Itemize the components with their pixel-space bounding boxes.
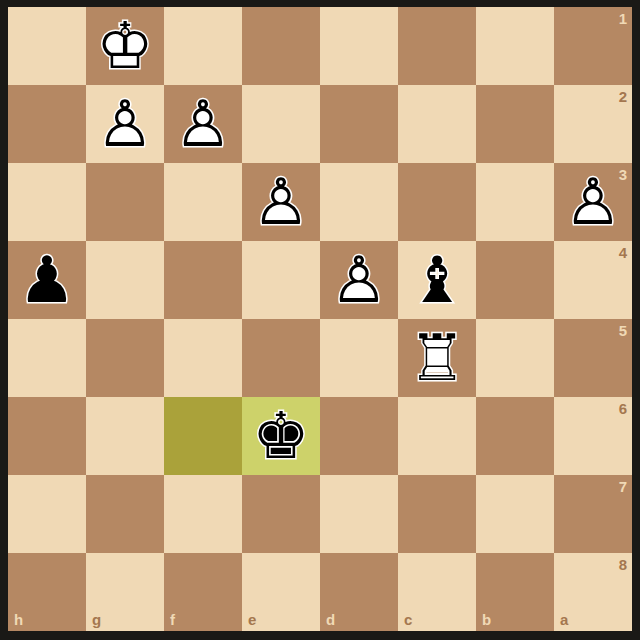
black-bishop-glyph-outline: ♝ <box>398 241 476 319</box>
black-king-glyph-outline: ♚ <box>242 397 320 475</box>
square-f8[interactable]: f <box>164 553 242 631</box>
file-label-c: c <box>404 612 412 627</box>
square-c5[interactable]: ♜♖ <box>398 319 476 397</box>
square-d3[interactable] <box>320 163 398 241</box>
square-b5[interactable] <box>476 319 554 397</box>
piece-white-king[interactable]: ♚♔ <box>86 7 164 85</box>
file-label-h: h <box>14 612 23 627</box>
square-d5[interactable] <box>320 319 398 397</box>
square-a1[interactable]: 1 <box>554 7 632 85</box>
square-h8[interactable]: h <box>8 553 86 631</box>
file-label-e: e <box>248 612 256 627</box>
square-a3[interactable]: 3♟♙ <box>554 163 632 241</box>
piece-white-pawn[interactable]: ♟♙ <box>242 163 320 241</box>
square-f1[interactable] <box>164 7 242 85</box>
square-h3[interactable] <box>8 163 86 241</box>
square-d8[interactable]: d <box>320 553 398 631</box>
square-a7[interactable]: 7 <box>554 475 632 553</box>
white-pawn-glyph-outline: ♙ <box>554 163 632 241</box>
square-e2[interactable] <box>242 85 320 163</box>
rank-label-6: 6 <box>619 401 627 416</box>
piece-black-pawn[interactable]: ♟♟ <box>8 241 86 319</box>
square-f7[interactable] <box>164 475 242 553</box>
square-b3[interactable] <box>476 163 554 241</box>
square-e7[interactable] <box>242 475 320 553</box>
piece-black-king[interactable]: ♚♚ <box>242 397 320 475</box>
square-a5[interactable]: 5 <box>554 319 632 397</box>
white-pawn-glyph-outline: ♙ <box>164 85 242 163</box>
square-d4[interactable]: ♟♙ <box>320 241 398 319</box>
file-label-b: b <box>482 612 491 627</box>
square-a6[interactable]: 6 <box>554 397 632 475</box>
square-b8[interactable]: b <box>476 553 554 631</box>
file-label-g: g <box>92 612 101 627</box>
square-g2[interactable]: ♟♙ <box>86 85 164 163</box>
square-f6[interactable] <box>164 397 242 475</box>
rank-label-1: 1 <box>619 11 627 26</box>
square-d2[interactable] <box>320 85 398 163</box>
square-g1[interactable]: ♚♔ <box>86 7 164 85</box>
square-f5[interactable] <box>164 319 242 397</box>
square-c1[interactable] <box>398 7 476 85</box>
chess-board: ♚♔1♟♙♟♙2♟♙3♟♙♟♟♟♙♝♝4♜♖5♚♚67hgfedcb8a <box>8 7 632 631</box>
square-h5[interactable] <box>8 319 86 397</box>
white-rook-glyph-outline: ♖ <box>398 319 476 397</box>
square-c7[interactable] <box>398 475 476 553</box>
square-f3[interactable] <box>164 163 242 241</box>
square-h4[interactable]: ♟♟ <box>8 241 86 319</box>
file-label-d: d <box>326 612 335 627</box>
square-b7[interactable] <box>476 475 554 553</box>
square-c8[interactable]: c <box>398 553 476 631</box>
square-d6[interactable] <box>320 397 398 475</box>
file-label-f: f <box>170 612 175 627</box>
square-h1[interactable] <box>8 7 86 85</box>
square-h2[interactable] <box>8 85 86 163</box>
square-g6[interactable] <box>86 397 164 475</box>
square-a2[interactable]: 2 <box>554 85 632 163</box>
piece-white-pawn[interactable]: ♟♙ <box>320 241 398 319</box>
white-pawn-glyph-outline: ♙ <box>242 163 320 241</box>
square-f4[interactable] <box>164 241 242 319</box>
square-g3[interactable] <box>86 163 164 241</box>
square-c2[interactable] <box>398 85 476 163</box>
square-e1[interactable] <box>242 7 320 85</box>
black-pawn-glyph-outline: ♟ <box>8 241 86 319</box>
piece-white-pawn[interactable]: ♟♙ <box>86 85 164 163</box>
square-b2[interactable] <box>476 85 554 163</box>
square-g8[interactable]: g <box>86 553 164 631</box>
square-a8[interactable]: 8a <box>554 553 632 631</box>
rank-label-5: 5 <box>619 323 627 338</box>
square-g4[interactable] <box>86 241 164 319</box>
piece-white-rook[interactable]: ♜♖ <box>398 319 476 397</box>
square-e6[interactable]: ♚♚ <box>242 397 320 475</box>
square-c3[interactable] <box>398 163 476 241</box>
square-b4[interactable] <box>476 241 554 319</box>
rank-label-2: 2 <box>619 89 627 104</box>
square-d7[interactable] <box>320 475 398 553</box>
square-b6[interactable] <box>476 397 554 475</box>
square-h6[interactable] <box>8 397 86 475</box>
square-c4[interactable]: ♝♝ <box>398 241 476 319</box>
square-e3[interactable]: ♟♙ <box>242 163 320 241</box>
white-pawn-glyph-outline: ♙ <box>86 85 164 163</box>
white-king-glyph-outline: ♔ <box>86 7 164 85</box>
white-pawn-glyph-outline: ♙ <box>320 241 398 319</box>
piece-white-pawn[interactable]: ♟♙ <box>554 163 632 241</box>
square-e4[interactable] <box>242 241 320 319</box>
square-c6[interactable] <box>398 397 476 475</box>
piece-black-bishop[interactable]: ♝♝ <box>398 241 476 319</box>
square-f2[interactable]: ♟♙ <box>164 85 242 163</box>
file-label-a: a <box>560 612 568 627</box>
square-e8[interactable]: e <box>242 553 320 631</box>
square-g7[interactable] <box>86 475 164 553</box>
square-b1[interactable] <box>476 7 554 85</box>
square-h7[interactable] <box>8 475 86 553</box>
square-e5[interactable] <box>242 319 320 397</box>
square-d1[interactable] <box>320 7 398 85</box>
square-g5[interactable] <box>86 319 164 397</box>
rank-label-7: 7 <box>619 479 627 494</box>
rank-label-8: 8 <box>619 557 627 572</box>
square-a4[interactable]: 4 <box>554 241 632 319</box>
board-frame: ♚♔1♟♙♟♙2♟♙3♟♙♟♟♟♙♝♝4♜♖5♚♚67hgfedcb8a <box>0 0 640 640</box>
piece-white-pawn[interactable]: ♟♙ <box>164 85 242 163</box>
rank-label-4: 4 <box>619 245 627 260</box>
